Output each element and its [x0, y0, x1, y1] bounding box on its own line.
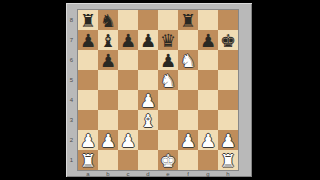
- square-f3: [178, 110, 198, 130]
- square-g4: [198, 90, 218, 110]
- square-g1: [198, 150, 218, 170]
- square-h4: [218, 90, 238, 110]
- square-h6: [218, 50, 238, 70]
- square-e3: [158, 110, 178, 130]
- file-label-b: b: [98, 171, 118, 177]
- black-rook: ♜: [178, 10, 198, 30]
- square-d6: [138, 50, 158, 70]
- white-pawn: ♟: [118, 130, 138, 150]
- square-b3: [98, 110, 118, 130]
- black-knight: ♞: [98, 10, 118, 30]
- black-bishop: ♝: [98, 30, 118, 50]
- square-g6: [198, 50, 218, 70]
- file-label-g: g: [198, 171, 218, 177]
- rank-label-6: 6: [66, 50, 76, 70]
- square-d2: [138, 130, 158, 150]
- square-e5: ♞: [158, 70, 178, 90]
- rank-label-5: 5: [66, 70, 76, 90]
- file-label-f: f: [178, 171, 198, 177]
- square-h8: [218, 10, 238, 30]
- file-labels: abcdefgh: [78, 171, 238, 177]
- square-h2: ♟: [218, 130, 238, 150]
- board-grid: ♜♞♜♟♝♟♟♛♟♚♟♟♞♞♟♝♟♟♟♟♟♟♜♚♜: [78, 10, 238, 170]
- square-f8: ♜: [178, 10, 198, 30]
- square-g8: [198, 10, 218, 30]
- square-b1: [98, 150, 118, 170]
- square-e1: ♚: [158, 150, 178, 170]
- square-e6: ♟: [158, 50, 178, 70]
- rank-label-7: 7: [66, 30, 76, 50]
- white-king: ♚: [158, 150, 178, 170]
- square-e4: [158, 90, 178, 110]
- square-a1: ♜: [78, 150, 98, 170]
- square-h5: [218, 70, 238, 90]
- square-d3: ♝: [138, 110, 158, 130]
- square-a8: ♜: [78, 10, 98, 30]
- square-h7: ♚: [218, 30, 238, 50]
- square-c8: [118, 10, 138, 30]
- square-b4: [98, 90, 118, 110]
- rank-label-1: 1: [66, 150, 76, 170]
- square-f1: [178, 150, 198, 170]
- square-g7: ♟: [198, 30, 218, 50]
- square-a4: [78, 90, 98, 110]
- white-pawn: ♟: [138, 90, 158, 110]
- video-frame: 87654321 ♜♞♜♟♝♟♟♛♟♚♟♟♞♞♟♝♟♟♟♟♟♟♜♚♜ abcde…: [0, 0, 320, 180]
- black-pawn: ♟: [158, 50, 178, 70]
- square-a2: ♟: [78, 130, 98, 150]
- square-h3: [218, 110, 238, 130]
- square-c3: [118, 110, 138, 130]
- black-pawn: ♟: [98, 50, 118, 70]
- square-e2: [158, 130, 178, 150]
- square-f5: [178, 70, 198, 90]
- square-f6: ♞: [178, 50, 198, 70]
- rank-label-2: 2: [66, 130, 76, 150]
- file-label-d: d: [138, 171, 158, 177]
- white-bishop: ♝: [138, 110, 158, 130]
- square-g2: ♟: [198, 130, 218, 150]
- white-pawn: ♟: [178, 130, 198, 150]
- white-pawn: ♟: [98, 130, 118, 150]
- square-e8: [158, 10, 178, 30]
- file-label-a: a: [78, 171, 98, 177]
- rank-label-4: 4: [66, 90, 76, 110]
- square-d8: [138, 10, 158, 30]
- file-label-h: h: [218, 171, 238, 177]
- white-pawn: ♟: [78, 130, 98, 150]
- white-pawn: ♟: [218, 130, 238, 150]
- black-rook: ♜: [78, 10, 98, 30]
- letterbox-left-bar: [0, 0, 66, 180]
- rank-label-3: 3: [66, 110, 76, 130]
- square-c2: ♟: [118, 130, 138, 150]
- black-queen: ♛: [158, 30, 178, 50]
- file-label-e: e: [158, 171, 178, 177]
- black-pawn: ♟: [198, 30, 218, 50]
- square-d4: ♟: [138, 90, 158, 110]
- square-d7: ♟: [138, 30, 158, 50]
- square-c6: [118, 50, 138, 70]
- square-d1: [138, 150, 158, 170]
- square-c4: [118, 90, 138, 110]
- square-f7: [178, 30, 198, 50]
- rank-label-8: 8: [66, 10, 76, 30]
- square-f4: [178, 90, 198, 110]
- square-a3: [78, 110, 98, 130]
- square-a5: [78, 70, 98, 90]
- square-b7: ♝: [98, 30, 118, 50]
- square-a7: ♟: [78, 30, 98, 50]
- black-pawn: ♟: [118, 30, 138, 50]
- square-g3: [198, 110, 218, 130]
- square-h1: ♜: [218, 150, 238, 170]
- file-label-c: c: [118, 171, 138, 177]
- letterbox-right-bar: [252, 0, 320, 180]
- square-b8: ♞: [98, 10, 118, 30]
- square-g5: [198, 70, 218, 90]
- white-knight: ♞: [178, 50, 198, 70]
- square-b6: ♟: [98, 50, 118, 70]
- square-c1: [118, 150, 138, 170]
- square-c7: ♟: [118, 30, 138, 50]
- white-rook: ♜: [78, 150, 98, 170]
- chessboard-frame: 87654321 ♜♞♜♟♝♟♟♛♟♚♟♟♞♞♟♝♟♟♟♟♟♟♜♚♜ abcde…: [66, 3, 252, 177]
- square-c5: [118, 70, 138, 90]
- black-pawn: ♟: [78, 30, 98, 50]
- square-f2: ♟: [178, 130, 198, 150]
- white-pawn: ♟: [198, 130, 218, 150]
- square-b2: ♟: [98, 130, 118, 150]
- black-pawn: ♟: [138, 30, 158, 50]
- square-a6: [78, 50, 98, 70]
- rank-labels: 87654321: [66, 10, 76, 170]
- black-king: ♚: [218, 30, 238, 50]
- square-e7: ♛: [158, 30, 178, 50]
- square-b5: [98, 70, 118, 90]
- square-d5: [138, 70, 158, 90]
- white-rook: ♜: [218, 150, 238, 170]
- white-knight: ♞: [158, 70, 178, 90]
